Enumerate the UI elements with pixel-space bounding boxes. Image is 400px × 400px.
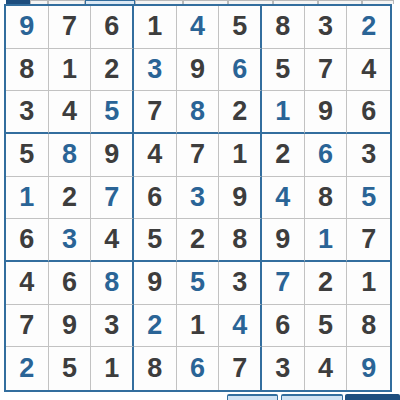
cell-r5c8[interactable]: 8	[305, 177, 348, 220]
cell-r4c1[interactable]: 5	[6, 134, 49, 177]
cell-r8c6[interactable]: 4	[219, 305, 262, 348]
cell-r7c8[interactable]: 2	[305, 262, 348, 305]
cell-r8c4[interactable]: 2	[134, 305, 177, 348]
cell-r4c9[interactable]: 3	[347, 134, 390, 177]
cell-r7c1[interactable]: 4	[6, 262, 49, 305]
cell-r6c7[interactable]: 9	[262, 219, 305, 262]
cell-r2c9[interactable]: 4	[347, 49, 390, 92]
cell-r5c2[interactable]: 2	[49, 177, 92, 220]
cell-r5c7[interactable]: 4	[262, 177, 305, 220]
cell-r1c5[interactable]: 4	[177, 6, 220, 49]
partial-button-1[interactable]	[227, 394, 278, 400]
cell-r5c4[interactable]: 6	[134, 177, 177, 220]
bottom-partial-bar	[0, 394, 400, 400]
sudoku-board: 9761458328123965743457821965894712631276…	[4, 4, 392, 392]
cell-r4c6[interactable]: 1	[219, 134, 262, 177]
cell-r5c1[interactable]: 1	[6, 177, 49, 220]
cell-r9c3[interactable]: 1	[91, 347, 134, 390]
cell-r2c8[interactable]: 7	[305, 49, 348, 92]
cell-r3c2[interactable]: 4	[49, 91, 92, 134]
cell-r1c4[interactable]: 1	[134, 6, 177, 49]
cell-r3c7[interactable]: 1	[262, 91, 305, 134]
cell-r9c2[interactable]: 5	[49, 347, 92, 390]
cell-r1c3[interactable]: 6	[91, 6, 134, 49]
cell-r2c4[interactable]: 3	[134, 49, 177, 92]
cell-r4c8[interactable]: 6	[305, 134, 348, 177]
cell-r7c2[interactable]: 6	[49, 262, 92, 305]
cell-r3c5[interactable]: 8	[177, 91, 220, 134]
cell-r9c9[interactable]: 9	[347, 347, 390, 390]
cell-r5c5[interactable]: 3	[177, 177, 220, 220]
cell-r2c6[interactable]: 6	[219, 49, 262, 92]
cell-r2c5[interactable]: 9	[177, 49, 220, 92]
cell-r6c2[interactable]: 3	[49, 219, 92, 262]
cell-r6c1[interactable]: 6	[6, 219, 49, 262]
cell-r9c4[interactable]: 8	[134, 347, 177, 390]
cell-r7c5[interactable]: 5	[177, 262, 220, 305]
cell-r1c6[interactable]: 5	[219, 6, 262, 49]
cell-r6c4[interactable]: 5	[134, 219, 177, 262]
cell-r6c8[interactable]: 1	[305, 219, 348, 262]
cell-r5c3[interactable]: 7	[91, 177, 134, 220]
cell-r5c9[interactable]: 5	[347, 177, 390, 220]
cell-r3c3[interactable]: 5	[91, 91, 134, 134]
cell-r1c7[interactable]: 8	[262, 6, 305, 49]
cell-r4c7[interactable]: 2	[262, 134, 305, 177]
cell-r1c1[interactable]: 9	[6, 6, 49, 49]
cell-r3c6[interactable]: 2	[219, 91, 262, 134]
partial-button-3[interactable]	[345, 394, 400, 400]
cell-r8c2[interactable]: 9	[49, 305, 92, 348]
cell-r9c8[interactable]: 4	[305, 347, 348, 390]
cell-r7c9[interactable]: 1	[347, 262, 390, 305]
cell-r4c4[interactable]: 4	[134, 134, 177, 177]
cell-r9c5[interactable]: 6	[177, 347, 220, 390]
cell-r8c9[interactable]: 8	[347, 305, 390, 348]
cell-r7c6[interactable]: 3	[219, 262, 262, 305]
cell-r2c7[interactable]: 5	[262, 49, 305, 92]
cell-r4c5[interactable]: 7	[177, 134, 220, 177]
cell-r3c8[interactable]: 9	[305, 91, 348, 134]
cell-r9c1[interactable]: 2	[6, 347, 49, 390]
cell-r7c4[interactable]: 9	[134, 262, 177, 305]
cell-r2c3[interactable]: 2	[91, 49, 134, 92]
cell-r2c2[interactable]: 1	[49, 49, 92, 92]
cell-r8c8[interactable]: 5	[305, 305, 348, 348]
cell-r6c5[interactable]: 2	[177, 219, 220, 262]
cell-r1c8[interactable]: 3	[305, 6, 348, 49]
cell-r8c3[interactable]: 3	[91, 305, 134, 348]
cell-r2c1[interactable]: 8	[6, 49, 49, 92]
cell-r8c5[interactable]: 1	[177, 305, 220, 348]
cell-r1c2[interactable]: 7	[49, 6, 92, 49]
cell-r3c4[interactable]: 7	[134, 91, 177, 134]
cell-r5c6[interactable]: 9	[219, 177, 262, 220]
cell-r4c3[interactable]: 9	[91, 134, 134, 177]
cell-r9c6[interactable]: 7	[219, 347, 262, 390]
cell-r8c1[interactable]: 7	[6, 305, 49, 348]
cell-r6c6[interactable]: 8	[219, 219, 262, 262]
cell-r3c9[interactable]: 6	[347, 91, 390, 134]
cell-r9c7[interactable]: 3	[262, 347, 305, 390]
cell-r6c9[interactable]: 7	[347, 219, 390, 262]
cell-r4c2[interactable]: 8	[49, 134, 92, 177]
partial-button-2[interactable]	[281, 394, 343, 400]
cell-r7c3[interactable]: 8	[91, 262, 134, 305]
cell-r3c1[interactable]: 3	[6, 91, 49, 134]
cell-r7c7[interactable]: 7	[262, 262, 305, 305]
cell-r1c9[interactable]: 2	[347, 6, 390, 49]
cell-r6c3[interactable]: 4	[91, 219, 134, 262]
cell-r8c7[interactable]: 6	[262, 305, 305, 348]
